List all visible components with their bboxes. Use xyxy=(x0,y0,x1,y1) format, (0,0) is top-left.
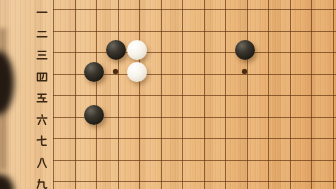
grid-line-horizontal xyxy=(53,52,336,53)
person-silhouette xyxy=(0,51,14,115)
grid-line-horizontal xyxy=(53,95,336,96)
black-stone xyxy=(235,40,255,60)
row-label: 二 xyxy=(36,25,48,37)
grid-line-horizontal xyxy=(53,138,336,139)
white-stone xyxy=(127,40,147,60)
grid-line-horizontal xyxy=(53,160,336,161)
grid-line-horizontal xyxy=(53,31,336,32)
row-label: 七 xyxy=(36,132,48,144)
black-stone xyxy=(84,105,104,125)
star-point xyxy=(242,69,247,74)
row-label: 六 xyxy=(36,111,48,123)
row-label: 五 xyxy=(36,89,48,101)
black-stone xyxy=(84,62,104,82)
row-label: 三 xyxy=(36,46,48,58)
white-stone xyxy=(127,62,147,82)
grid-line-horizontal xyxy=(53,9,336,10)
video-frame: 一二三四五六七八九 xyxy=(0,0,336,189)
foreground-object xyxy=(0,174,14,189)
row-label: 八 xyxy=(36,154,48,166)
star-point xyxy=(113,69,118,74)
black-stone xyxy=(106,40,126,60)
row-label: 九 xyxy=(36,175,48,187)
row-label: 四 xyxy=(36,68,48,80)
grid-line-horizontal xyxy=(53,181,336,182)
row-label: 一 xyxy=(36,3,48,15)
